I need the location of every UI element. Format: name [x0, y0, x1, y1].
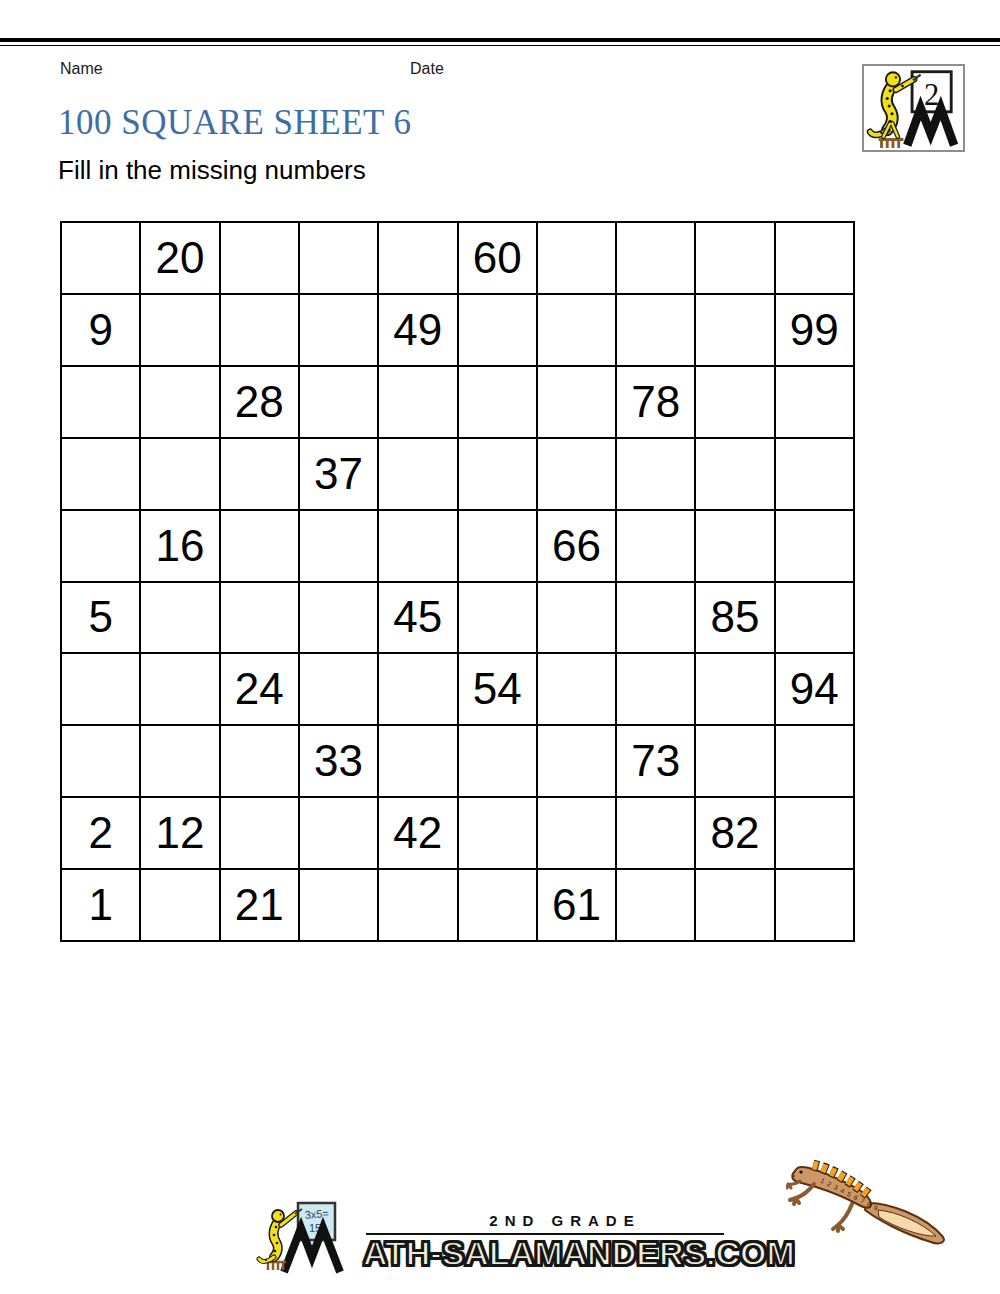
grid-cell-r7c8[interactable]	[616, 653, 695, 725]
grid-cell-r3c1[interactable]	[61, 366, 140, 438]
grid-cell-r10c2[interactable]	[140, 869, 219, 941]
grid-cell-r3c7[interactable]	[537, 366, 616, 438]
grid-cell-r4c10[interactable]	[775, 438, 854, 510]
grid-cell-r2c3[interactable]	[220, 294, 299, 366]
grid-cell-r1c3[interactable]	[220, 222, 299, 294]
grid-cell-r5c8[interactable]	[616, 510, 695, 582]
grid-cell-r3c6[interactable]	[458, 366, 537, 438]
grid-cell-r6c10[interactable]	[775, 582, 854, 654]
grid-cell-r4c1[interactable]	[61, 438, 140, 510]
grid-cell-r5c7: 66	[537, 510, 616, 582]
grid-cell-r9c3[interactable]	[220, 797, 299, 869]
grid-cell-r3c10[interactable]	[775, 366, 854, 438]
grid-cell-r8c8: 73	[616, 725, 695, 797]
grid-cell-r5c6[interactable]	[458, 510, 537, 582]
grid-cell-r10c4[interactable]	[299, 869, 378, 941]
grid-cell-r8c4: 33	[299, 725, 378, 797]
grid-cell-r1c5[interactable]	[378, 222, 457, 294]
grid-cell-r6c4[interactable]	[299, 582, 378, 654]
grid-cell-r10c5[interactable]	[378, 869, 457, 941]
worksheet-page: Name Date 2	[0, 0, 1000, 1294]
grid-cell-r1c2: 20	[140, 222, 219, 294]
grid-cell-r9c1: 2	[61, 797, 140, 869]
grid-cell-r4c6[interactable]	[458, 438, 537, 510]
grid-cell-r9c8[interactable]	[616, 797, 695, 869]
grid-cell-r2c1: 9	[61, 294, 140, 366]
grid-cell-r7c10: 94	[775, 653, 854, 725]
grid-cell-r4c8[interactable]	[616, 438, 695, 510]
grid-cell-r8c3[interactable]	[220, 725, 299, 797]
grid-cell-r5c5[interactable]	[378, 510, 457, 582]
grid-cell-r7c5[interactable]	[378, 653, 457, 725]
salamander-writing-icon: 2	[864, 66, 963, 150]
grid-cell-r4c2[interactable]	[140, 438, 219, 510]
grid-cell-r10c7: 61	[537, 869, 616, 941]
grid-cell-r6c8[interactable]	[616, 582, 695, 654]
grid-cell-r9c10[interactable]	[775, 797, 854, 869]
grid-cell-r9c9: 82	[695, 797, 774, 869]
footer-grade-text: 2ND GRADE	[400, 1212, 730, 1229]
grid-cell-r7c9[interactable]	[695, 653, 774, 725]
grid-cell-r3c2[interactable]	[140, 366, 219, 438]
grid-cell-r9c5: 42	[378, 797, 457, 869]
grid-cell-r3c9[interactable]	[695, 366, 774, 438]
grid-cell-r7c7[interactable]	[537, 653, 616, 725]
grid-cell-r6c3[interactable]	[220, 582, 299, 654]
name-label: Name	[60, 60, 103, 78]
grid-cell-r10c8[interactable]	[616, 869, 695, 941]
grid-cell-r8c6[interactable]	[458, 725, 537, 797]
grid-cell-r7c4[interactable]	[299, 653, 378, 725]
grid-cell-r9c4[interactable]	[299, 797, 378, 869]
grid-cell-r3c4[interactable]	[299, 366, 378, 438]
grid-cell-r4c5[interactable]	[378, 438, 457, 510]
grid-cell-r8c2[interactable]	[140, 725, 219, 797]
grid-cell-r4c4: 37	[299, 438, 378, 510]
math-salamanders-badge: 2	[862, 64, 965, 152]
grid-cell-r6c1: 5	[61, 582, 140, 654]
grid-cell-r3c3: 28	[220, 366, 299, 438]
grid-cell-r5c2: 16	[140, 510, 219, 582]
grid-cell-r4c7[interactable]	[537, 438, 616, 510]
grid-cell-r10c1: 1	[61, 869, 140, 941]
grid-cell-r7c3: 24	[220, 653, 299, 725]
top-double-rule	[0, 38, 1000, 46]
grid-cell-r2c8[interactable]	[616, 294, 695, 366]
grid-cell-r3c5[interactable]	[378, 366, 457, 438]
grid-cell-r2c6[interactable]	[458, 294, 537, 366]
grid-cell-r10c3: 21	[220, 869, 299, 941]
grid-cell-r10c6[interactable]	[458, 869, 537, 941]
grid-cell-r3c8: 78	[616, 366, 695, 438]
grid-cell-r9c7[interactable]	[537, 797, 616, 869]
grid-cell-r9c6[interactable]	[458, 797, 537, 869]
grid-cell-r1c7[interactable]	[537, 222, 616, 294]
grid-cell-r6c9: 85	[695, 582, 774, 654]
grid-cell-r5c3[interactable]	[220, 510, 299, 582]
page-subtitle: Fill in the missing numbers	[58, 155, 366, 186]
grid-cell-r7c6: 54	[458, 653, 537, 725]
grid-cell-r2c9[interactable]	[695, 294, 774, 366]
grid-cell-r5c10[interactable]	[775, 510, 854, 582]
footer-salamander-easel-icon: 3x5= 15	[254, 1200, 369, 1275]
grid-cell-r5c9[interactable]	[695, 510, 774, 582]
easel-board-line1: 3x5=	[304, 1207, 329, 1221]
grid-cell-r6c2[interactable]	[140, 582, 219, 654]
grid-cell-r1c6: 60	[458, 222, 537, 294]
grid-cell-r2c2[interactable]	[140, 294, 219, 366]
grid-cell-r5c1[interactable]	[61, 510, 140, 582]
footer-wordmark: ATH-SALAMANDERS.COM	[363, 1234, 795, 1273]
grid-cell-r8c5[interactable]	[378, 725, 457, 797]
date-label: Date	[410, 60, 444, 78]
grid-cell-r8c1[interactable]	[61, 725, 140, 797]
grid-cell-r1c1[interactable]	[61, 222, 140, 294]
grid-cell-r7c1[interactable]	[61, 653, 140, 725]
grid-cell-r1c10[interactable]	[775, 222, 854, 294]
grid-cell-r4c9[interactable]	[695, 438, 774, 510]
grid-cell-r10c9[interactable]	[695, 869, 774, 941]
hundred-square-grid: 2060949992878371666545852454943373212428…	[60, 221, 855, 942]
grid-cell-r8c10[interactable]	[775, 725, 854, 797]
grid-cell-r6c5: 45	[378, 582, 457, 654]
newt-illustration: 1 2 3 4 5 6 7 8 9	[786, 1146, 958, 1246]
grid-cell-r1c9[interactable]	[695, 222, 774, 294]
grid-cell-r2c7[interactable]	[537, 294, 616, 366]
grid-cell-r2c10: 99	[775, 294, 854, 366]
grid-cell-r8c7[interactable]	[537, 725, 616, 797]
grid-cell-r6c6[interactable]	[458, 582, 537, 654]
grid-cell-r2c4[interactable]	[299, 294, 378, 366]
grid-cell-r4c3[interactable]	[220, 438, 299, 510]
grid-cell-r2c5: 49	[378, 294, 457, 366]
grid-cell-r10c10[interactable]	[775, 869, 854, 941]
grid-cell-r1c4[interactable]	[299, 222, 378, 294]
grid-cell-r6c7[interactable]	[537, 582, 616, 654]
page-title: 100 SQUARE SHEET 6	[58, 103, 412, 143]
grid-cell-r5c4[interactable]	[299, 510, 378, 582]
grid-cell-r9c2: 12	[140, 797, 219, 869]
grid-cell-r1c8[interactable]	[616, 222, 695, 294]
grid-cell-r8c9[interactable]	[695, 725, 774, 797]
grid-cell-r7c2[interactable]	[140, 653, 219, 725]
